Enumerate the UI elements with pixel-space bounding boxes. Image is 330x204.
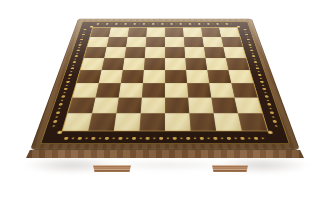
square-r2c2 (107, 37, 128, 47)
play-area (62, 27, 269, 131)
square-r8c5 (165, 113, 191, 130)
square-r6c8 (231, 83, 257, 97)
square-r8c8 (238, 113, 267, 130)
gold-ornament-strip-near (63, 136, 268, 140)
square-r5c1 (77, 70, 102, 83)
square-r5c6 (186, 70, 209, 83)
square-r1c6 (183, 28, 202, 37)
square-r1c8 (219, 28, 240, 37)
board-foot-left (93, 165, 131, 172)
square-r3c6 (184, 47, 205, 58)
square-r1c5 (165, 28, 184, 37)
square-r2c7 (202, 37, 223, 47)
square-r4c5 (165, 58, 186, 70)
square-r6c4 (142, 83, 165, 97)
square-r6c6 (187, 83, 211, 97)
square-r7c2 (92, 98, 119, 114)
square-r3c3 (124, 47, 145, 58)
square-r5c8 (228, 70, 253, 83)
square-r3c1 (84, 47, 107, 58)
square-r5c7 (207, 70, 231, 83)
square-r5c2 (99, 70, 123, 83)
square-r2c4 (146, 37, 165, 47)
square-r1c4 (146, 28, 165, 37)
square-r4c8 (226, 58, 250, 70)
square-r3c5 (165, 47, 185, 58)
square-r8c4 (139, 113, 165, 130)
square-r7c6 (188, 98, 213, 114)
gold-ornament-strip-far (96, 23, 235, 25)
square-r4c6 (185, 58, 207, 70)
square-r2c3 (126, 37, 146, 47)
square-r6c5 (165, 83, 188, 97)
square-r7c8 (234, 98, 262, 114)
base-molding (23, 158, 307, 166)
square-r2c5 (165, 37, 184, 47)
square-r8c6 (189, 113, 216, 130)
square-r6c3 (119, 83, 143, 97)
square-r6c2 (96, 83, 121, 97)
square-r8c2 (88, 113, 116, 130)
square-r3c8 (223, 47, 246, 58)
square-r2c6 (184, 37, 204, 47)
square-r4c2 (102, 58, 125, 70)
square-r5c5 (165, 70, 187, 83)
product-photo-canvas (0, 0, 330, 204)
square-r6c1 (72, 83, 98, 97)
square-r7c5 (165, 98, 189, 114)
square-r1c3 (128, 28, 147, 37)
square-r7c1 (68, 98, 96, 114)
square-r7c3 (116, 98, 141, 114)
frame-front-edge (26, 150, 304, 158)
square-r3c7 (204, 47, 226, 58)
square-r8c3 (114, 113, 141, 130)
square-r4c4 (144, 58, 165, 70)
square-r4c1 (80, 58, 104, 70)
square-r3c4 (145, 47, 165, 58)
square-r1c7 (201, 28, 221, 37)
board-foot-right (212, 165, 248, 172)
square-r2c8 (221, 37, 243, 47)
square-r7c7 (211, 98, 238, 114)
square-r3c2 (104, 47, 126, 58)
square-r6c7 (209, 83, 234, 97)
square-r5c3 (121, 70, 144, 83)
square-r7c4 (141, 98, 165, 114)
square-r2c1 (87, 37, 109, 47)
square-r1c2 (109, 28, 129, 37)
square-r5c4 (143, 70, 165, 83)
square-r4c7 (206, 58, 229, 70)
square-r4c3 (123, 58, 145, 70)
square-r1c1 (90, 28, 111, 37)
chessboard-top (30, 19, 300, 150)
